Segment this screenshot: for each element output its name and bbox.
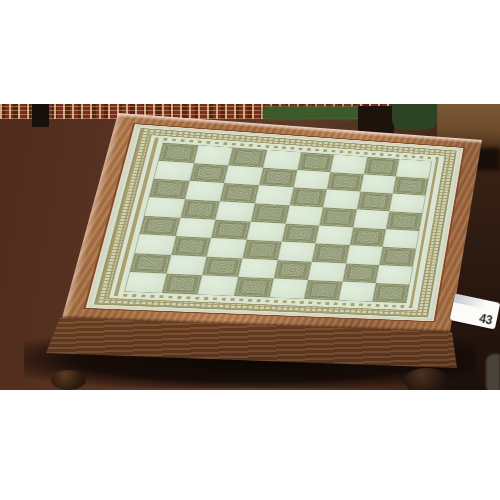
background-green-object	[392, 104, 439, 130]
board-square-r8c4	[234, 277, 272, 297]
board-square-r3c5	[290, 188, 327, 207]
bun-foot-left	[51, 370, 86, 390]
board-frame	[62, 113, 482, 332]
board-square-r2c3	[225, 166, 263, 186]
board-square-r1c6	[331, 155, 367, 174]
board-square-r5c7	[350, 227, 386, 246]
board-square-r3c3	[221, 183, 259, 203]
board-square-r1c5	[297, 153, 333, 172]
board-square-r6c7	[346, 245, 382, 264]
board-square-r1c7	[364, 157, 399, 176]
board-square-r6c4	[243, 240, 281, 260]
board-square-r7c3	[203, 257, 242, 277]
board-square-r2c5	[294, 170, 330, 189]
photo-page: 43	[0, 0, 500, 500]
board-square-r3c4	[255, 186, 292, 205]
board-square-r3c7	[357, 192, 392, 211]
board-square-r3c2	[185, 181, 224, 201]
board-square-r5c4	[247, 222, 285, 242]
board-square-r1c1	[159, 143, 198, 163]
background-green-strip	[263, 106, 359, 120]
board-square-r6c1	[135, 234, 175, 254]
board-square-r3c1	[150, 179, 189, 199]
background-grey-object	[486, 354, 500, 390]
board-square-r7c5	[274, 260, 312, 280]
bun-foot-right	[404, 368, 449, 390]
board-square-r5c2	[176, 218, 215, 238]
board-square-r2c4	[259, 168, 296, 187]
board-square-r1c8	[397, 159, 431, 178]
board-square-r5c3	[212, 220, 250, 240]
board-square-r6c6	[312, 244, 349, 263]
board-surface	[88, 125, 461, 320]
board-square-r1c3	[229, 148, 266, 167]
board-square-r8c2	[162, 274, 202, 294]
board-square-r7c8	[377, 265, 413, 284]
background-gap	[32, 104, 49, 127]
board-square-r7c7	[343, 264, 379, 283]
board-square-r2c1	[154, 161, 193, 181]
board-square-r2c7	[361, 174, 396, 193]
board-square-r4c2	[181, 199, 220, 219]
chessboard	[62, 113, 482, 332]
board-square-r5c5	[282, 224, 319, 243]
board-square-r5c6	[316, 226, 352, 245]
board-square-r4c3	[216, 202, 254, 222]
board-square-r3c8	[390, 194, 425, 213]
board-square-r5c8	[383, 229, 418, 248]
board-square-r8c8	[373, 284, 409, 303]
board-square-r5c1	[140, 216, 180, 236]
board-square-r6c8	[380, 247, 415, 266]
board-square-r7c2	[167, 255, 207, 275]
board-square-r2c2	[190, 163, 228, 183]
board-square-r7c4	[239, 259, 277, 279]
board-square-r7c6	[309, 262, 346, 281]
board-square-r6c2	[172, 236, 211, 256]
board-square-r8c7	[339, 282, 375, 301]
lot-number: 43	[478, 312, 494, 327]
board-square-r2c8	[394, 177, 429, 196]
board-square-r1c2	[194, 145, 232, 165]
board-square-r8c1	[125, 272, 165, 292]
board-square-r4c5	[286, 206, 323, 225]
board-square-r4c1	[145, 197, 184, 217]
board-square-r8c6	[305, 280, 342, 300]
photograph: 43	[0, 104, 500, 390]
board-square-r6c3	[207, 238, 246, 258]
playing-area	[124, 142, 432, 303]
board-square-r8c5	[270, 279, 308, 299]
board-square-r4c7	[354, 210, 390, 229]
board-square-r1c4	[264, 150, 301, 169]
board-square-r4c6	[320, 208, 356, 227]
board-square-r2c6	[327, 172, 363, 191]
board-square-r4c4	[251, 204, 288, 224]
board-square-r4c8	[387, 212, 422, 231]
board-square-r8c3	[198, 276, 237, 296]
board-square-r3c6	[324, 190, 360, 209]
board-square-r6c5	[278, 242, 315, 262]
board-square-r7c1	[130, 253, 170, 273]
